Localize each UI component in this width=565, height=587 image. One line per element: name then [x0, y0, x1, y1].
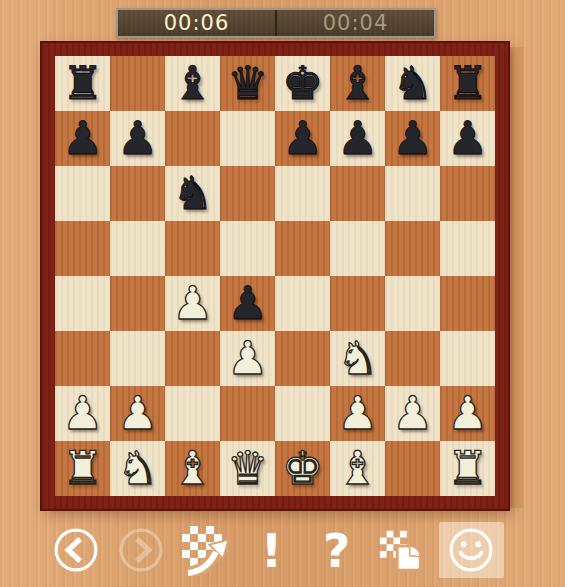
square-b6[interactable]: [110, 166, 165, 221]
black-pawn: ♟: [275, 111, 330, 166]
chess-board: ♜♝♛♚♝♞♜♟♟♟♟♟♟♞♟♟♟♞♟♟♟♟♟♜♞♝♛♚♝♜: [55, 56, 495, 496]
square-g1[interactable]: [385, 441, 440, 496]
forward-button[interactable]: [113, 519, 169, 581]
square-e6[interactable]: [275, 166, 330, 221]
back-button[interactable]: [48, 519, 104, 581]
emoticon-button[interactable]: [439, 522, 504, 578]
black-bishop: ♝: [165, 56, 220, 111]
square-h3[interactable]: [440, 331, 495, 386]
square-c6[interactable]: ♞: [165, 166, 220, 221]
white-knight: ♞: [330, 331, 385, 386]
white-bishop: ♝: [330, 441, 385, 496]
chess-board-frame: ♜♝♛♚♝♞♜♟♟♟♟♟♟♞♟♟♟♞♟♟♟♟♟♜♞♝♛♚♝♜: [42, 43, 508, 509]
white-knight: ♞: [110, 441, 165, 496]
square-c7[interactable]: [165, 111, 220, 166]
square-b5[interactable]: [110, 221, 165, 276]
square-d7[interactable]: [220, 111, 275, 166]
square-g7[interactable]: ♟: [385, 111, 440, 166]
square-a7[interactable]: ♟: [55, 111, 110, 166]
square-e3[interactable]: [275, 331, 330, 386]
square-h1[interactable]: ♜: [440, 441, 495, 496]
square-b8[interactable]: [110, 56, 165, 111]
square-f4[interactable]: [330, 276, 385, 331]
toolbar: ! ?: [42, 513, 508, 587]
white-rook: ♜: [440, 441, 495, 496]
black-king: ♚: [275, 56, 330, 111]
black-pawn: ♟: [330, 111, 385, 166]
square-a6[interactable]: [55, 166, 110, 221]
square-a4[interactable]: [55, 276, 110, 331]
white-pawn: ♟: [165, 276, 220, 331]
black-clock: 00:04: [277, 10, 434, 36]
black-pawn: ♟: [220, 276, 275, 331]
white-pawn: ♟: [110, 386, 165, 441]
clock-panel: 00:06 00:04: [116, 8, 436, 38]
square-f7[interactable]: ♟: [330, 111, 385, 166]
exclamation-button[interactable]: !: [243, 519, 299, 581]
square-g8[interactable]: ♞: [385, 56, 440, 111]
white-pawn: ♟: [440, 386, 495, 441]
black-pawn: ♟: [55, 111, 110, 166]
board-side-edge: [508, 47, 523, 508]
square-e1[interactable]: ♚: [275, 441, 330, 496]
square-c5[interactable]: [165, 221, 220, 276]
white-pawn: ♟: [385, 386, 440, 441]
square-f1[interactable]: ♝: [330, 441, 385, 496]
square-a1[interactable]: ♜: [55, 441, 110, 496]
black-rook: ♜: [440, 56, 495, 111]
square-g3[interactable]: [385, 331, 440, 386]
square-a3[interactable]: [55, 331, 110, 386]
board-note-icon: [377, 525, 427, 575]
white-pawn: ♟: [220, 331, 275, 386]
square-g2[interactable]: ♟: [385, 386, 440, 441]
white-clock: 00:06: [118, 10, 277, 36]
black-pawn: ♟: [385, 111, 440, 166]
square-d5[interactable]: [220, 221, 275, 276]
black-knight: ♞: [165, 166, 220, 221]
square-h6[interactable]: [440, 166, 495, 221]
white-pawn: ♟: [55, 386, 110, 441]
square-f8[interactable]: ♝: [330, 56, 385, 111]
square-b3[interactable]: [110, 331, 165, 386]
board-arrow-icon: [180, 524, 232, 576]
square-e5[interactable]: [275, 221, 330, 276]
chevron-right-circle-icon: [118, 527, 164, 573]
square-c2[interactable]: [165, 386, 220, 441]
question-button[interactable]: ?: [309, 519, 365, 581]
square-h2[interactable]: ♟: [440, 386, 495, 441]
square-b1[interactable]: ♞: [110, 441, 165, 496]
chevron-left-circle-icon: [53, 527, 99, 573]
black-pawn: ♟: [440, 111, 495, 166]
black-knight: ♞: [385, 56, 440, 111]
square-b7[interactable]: ♟: [110, 111, 165, 166]
square-d1[interactable]: ♛: [220, 441, 275, 496]
square-h5[interactable]: [440, 221, 495, 276]
play-from-position-button[interactable]: [178, 519, 234, 581]
black-bishop: ♝: [330, 56, 385, 111]
square-g6[interactable]: [385, 166, 440, 221]
black-clock-time: 00:04: [323, 11, 389, 35]
square-f6[interactable]: [330, 166, 385, 221]
square-h4[interactable]: [440, 276, 495, 331]
square-e8[interactable]: ♚: [275, 56, 330, 111]
square-e7[interactable]: ♟: [275, 111, 330, 166]
black-rook: ♜: [55, 56, 110, 111]
square-g4[interactable]: [385, 276, 440, 331]
white-clock-time: 00:06: [164, 11, 230, 35]
white-king: ♚: [275, 441, 330, 496]
square-a2[interactable]: ♟: [55, 386, 110, 441]
white-queen: ♛: [220, 441, 275, 496]
square-e4[interactable]: [275, 276, 330, 331]
square-d6[interactable]: [220, 166, 275, 221]
square-d2[interactable]: [220, 386, 275, 441]
square-b2[interactable]: ♟: [110, 386, 165, 441]
square-e2[interactable]: [275, 386, 330, 441]
square-a5[interactable]: [55, 221, 110, 276]
square-c3[interactable]: [165, 331, 220, 386]
square-a8[interactable]: ♜: [55, 56, 110, 111]
exclamation-icon: !: [261, 527, 282, 574]
square-h8[interactable]: ♜: [440, 56, 495, 111]
square-f5[interactable]: [330, 221, 385, 276]
square-b4[interactable]: [110, 276, 165, 331]
smiley-icon: [448, 527, 494, 573]
question-icon: ?: [323, 527, 350, 574]
square-h7[interactable]: ♟: [440, 111, 495, 166]
white-bishop: ♝: [165, 441, 220, 496]
square-c4[interactable]: ♟: [165, 276, 220, 331]
square-d8[interactable]: ♛: [220, 56, 275, 111]
square-f3[interactable]: ♞: [330, 331, 385, 386]
square-c1[interactable]: ♝: [165, 441, 220, 496]
white-pawn: ♟: [330, 386, 385, 441]
square-c8[interactable]: ♝: [165, 56, 220, 111]
square-d4[interactable]: ♟: [220, 276, 275, 331]
black-pawn: ♟: [110, 111, 165, 166]
square-d3[interactable]: ♟: [220, 331, 275, 386]
square-g5[interactable]: [385, 221, 440, 276]
white-rook: ♜: [55, 441, 110, 496]
copy-board-button[interactable]: [374, 519, 430, 581]
black-queen: ♛: [220, 56, 275, 111]
square-f2[interactable]: ♟: [330, 386, 385, 441]
